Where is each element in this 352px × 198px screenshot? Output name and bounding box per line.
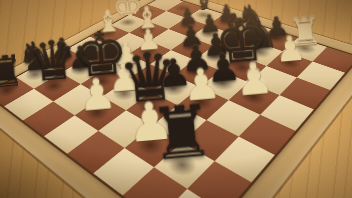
piece-glyph: ♟ (233, 57, 274, 102)
piece-glyph: ♜ (0, 50, 27, 95)
scene-tilt: ♞♝♟♞♟♜♛♟♟♝♞♟♚♝♟♟♚♝♟♟♟♟♟♟♟♟♟♚♟♛♞♛♟♟♜♜ (0, 0, 352, 198)
piece-glyph: ♟ (77, 72, 118, 117)
chess-board: ♞♝♟♞♟♜♛♟♟♝♞♟♚♝♟♟♚♝♟♟♟♟♟♟♟♟♟♚♟♛♞♛♟♟♜♜ (0, 0, 352, 198)
piece-glyph: ♛ (27, 33, 80, 91)
piece-glyph: ♟ (273, 31, 306, 67)
chess-scene: ♞♝♟♞♟♜♛♟♟♝♞♟♚♝♟♟♚♝♟♟♟♟♟♟♟♟♟♚♟♛♞♛♟♟♜♜ (0, 0, 352, 198)
perspective-wrapper: ♞♝♟♞♟♜♛♟♟♝♞♟♚♝♟♟♚♝♟♟♟♟♟♟♟♟♟♚♟♛♞♛♟♟♜♜ (0, 0, 352, 198)
piece-glyph: ♜ (147, 95, 217, 172)
